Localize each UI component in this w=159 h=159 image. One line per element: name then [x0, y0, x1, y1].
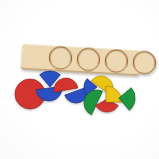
- piece-green-1-4[interactable]: [119, 88, 135, 111]
- wooden-tray: [21, 44, 156, 76]
- fraction-puzzle-board: [0, 0, 159, 159]
- piece-yellow-1-4[interactable]: [106, 86, 122, 102]
- piece-red-1-2[interactable]: [54, 78, 78, 92]
- tray-recess-2[interactable]: [77, 48, 101, 72]
- tray-recess-4[interactable]: [133, 51, 157, 75]
- tray-recess-1[interactable]: [49, 46, 73, 70]
- tray-recess-3[interactable]: [105, 49, 129, 73]
- puzzle-photo-scene: [0, 0, 159, 159]
